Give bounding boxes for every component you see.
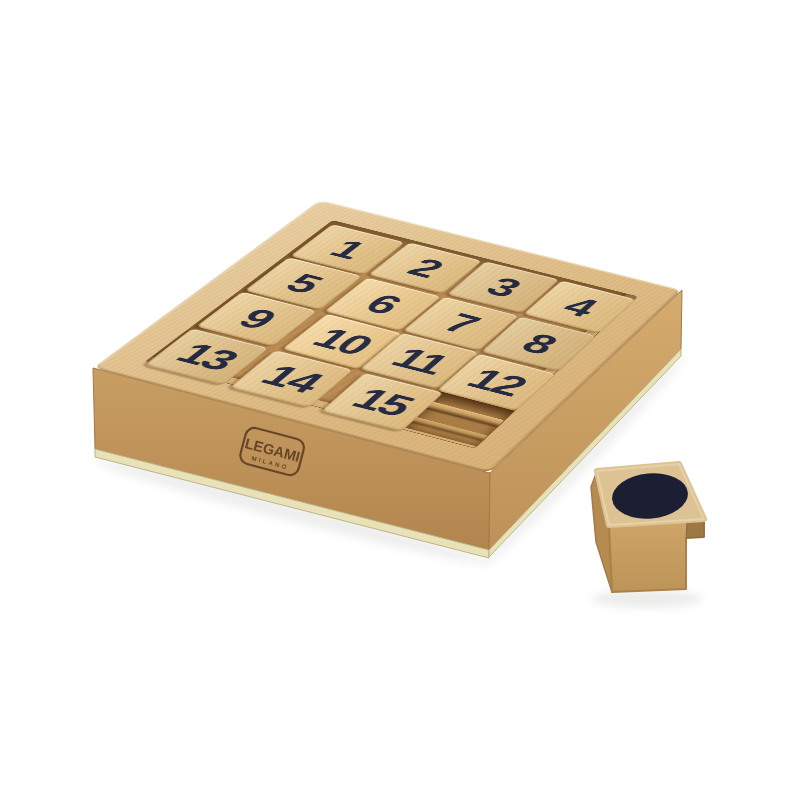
tile-10-label: 10 [305,323,380,359]
tile-7-label: 7 [436,309,486,338]
tile-6-label: 6 [358,290,408,318]
tile-8-label: 8 [515,329,564,358]
tile-11-label: 11 [384,343,455,378]
tile-15-label: 15 [345,383,421,420]
tile-14-label: 14 [253,360,330,397]
tile-3-label: 3 [480,273,527,301]
tile-2-label: 2 [401,254,450,281]
tile-9-label: 9 [231,304,284,333]
product-photo-scene: LEGAMI MILANO 1 2 3 4 5 6 7 8 [0,0,800,800]
tile-4-label: 4 [556,293,603,321]
tile-13-label: 13 [169,338,246,374]
tile-1-label: 1 [323,236,372,263]
tile-5-label: 5 [278,269,329,297]
loose-tile-shadow [592,590,702,608]
loose-dot-tile[interactable] [591,464,704,592]
tile-12-label: 12 [460,364,534,401]
